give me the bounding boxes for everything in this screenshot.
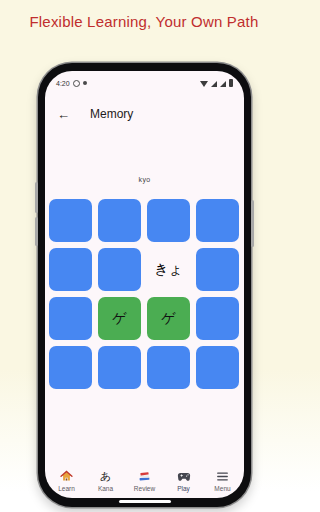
nav-label-kana: Kana <box>98 485 113 492</box>
memory-card-hidden[interactable] <box>196 199 239 242</box>
memory-card-hidden[interactable] <box>147 199 190 242</box>
notification-icon <box>83 81 88 86</box>
memory-card-hidden[interactable] <box>49 297 92 340</box>
page-title: Memory <box>90 107 133 121</box>
home-indicator[interactable] <box>119 500 171 504</box>
volume-down-button <box>35 217 38 246</box>
memory-card-hidden[interactable] <box>49 346 92 389</box>
status-bar: 4:20 <box>56 78 233 88</box>
memory-card-hidden[interactable] <box>98 199 141 242</box>
memory-card-hidden[interactable] <box>49 199 92 242</box>
memory-card-hidden[interactable] <box>196 297 239 340</box>
app-bar: ← Memory <box>45 102 244 126</box>
memory-card-matched[interactable]: ゲ <box>98 297 141 340</box>
romaji-prompt: kyo <box>45 176 244 183</box>
nav-item-learn[interactable]: Learn <box>47 470 86 492</box>
app-screen: 4:20 ← Memory kyo きょゲゲ LearnあKanaReviewP… <box>45 71 244 498</box>
memory-card-hidden[interactable] <box>49 248 92 291</box>
signal-icon <box>211 81 217 87</box>
memory-card-matched[interactable]: ゲ <box>147 297 190 340</box>
gamepad-icon <box>177 470 191 483</box>
promo-page: { "game": "kana-memory-match", "position… <box>0 0 288 512</box>
memory-card-hidden[interactable] <box>98 248 141 291</box>
nav-label-learn: Learn <box>58 485 75 492</box>
phone-frame: 4:20 ← Memory kyo きょゲゲ LearnあKanaReviewP… <box>38 63 251 507</box>
memory-card-hidden[interactable] <box>98 346 141 389</box>
memory-card-hidden[interactable] <box>196 346 239 389</box>
wifi-icon <box>200 81 208 87</box>
memory-card-hidden[interactable] <box>196 248 239 291</box>
nav-label-play: Play <box>177 485 190 492</box>
promo-caption: Flexible Learning, Your Own Path <box>0 13 288 30</box>
signal-icon-2 <box>220 81 226 87</box>
nav-item-menu[interactable]: Menu <box>203 470 242 492</box>
nav-item-play[interactable]: Play <box>164 470 203 492</box>
books-icon <box>138 470 151 483</box>
battery-icon <box>229 79 233 87</box>
memory-grid: きょゲゲ <box>49 199 239 389</box>
bottom-nav: LearnあKanaReviewPlayMenu <box>47 464 242 492</box>
memory-card-hidden[interactable] <box>147 346 190 389</box>
home-icon <box>60 470 73 483</box>
status-time: 4:20 <box>56 80 70 87</box>
menu-icon <box>217 470 228 483</box>
volume-up-button <box>35 182 38 213</box>
power-button <box>251 200 254 247</box>
nav-item-review[interactable]: Review <box>125 470 164 492</box>
memory-card-revealed[interactable]: きょ <box>147 248 190 291</box>
alarm-icon <box>73 80 80 87</box>
back-button[interactable]: ← <box>57 108 70 121</box>
nav-label-review: Review <box>134 485 155 492</box>
nav-label-menu: Menu <box>214 485 230 492</box>
kana-a-icon: あ <box>100 470 111 483</box>
nav-item-kana[interactable]: あKana <box>86 470 125 492</box>
